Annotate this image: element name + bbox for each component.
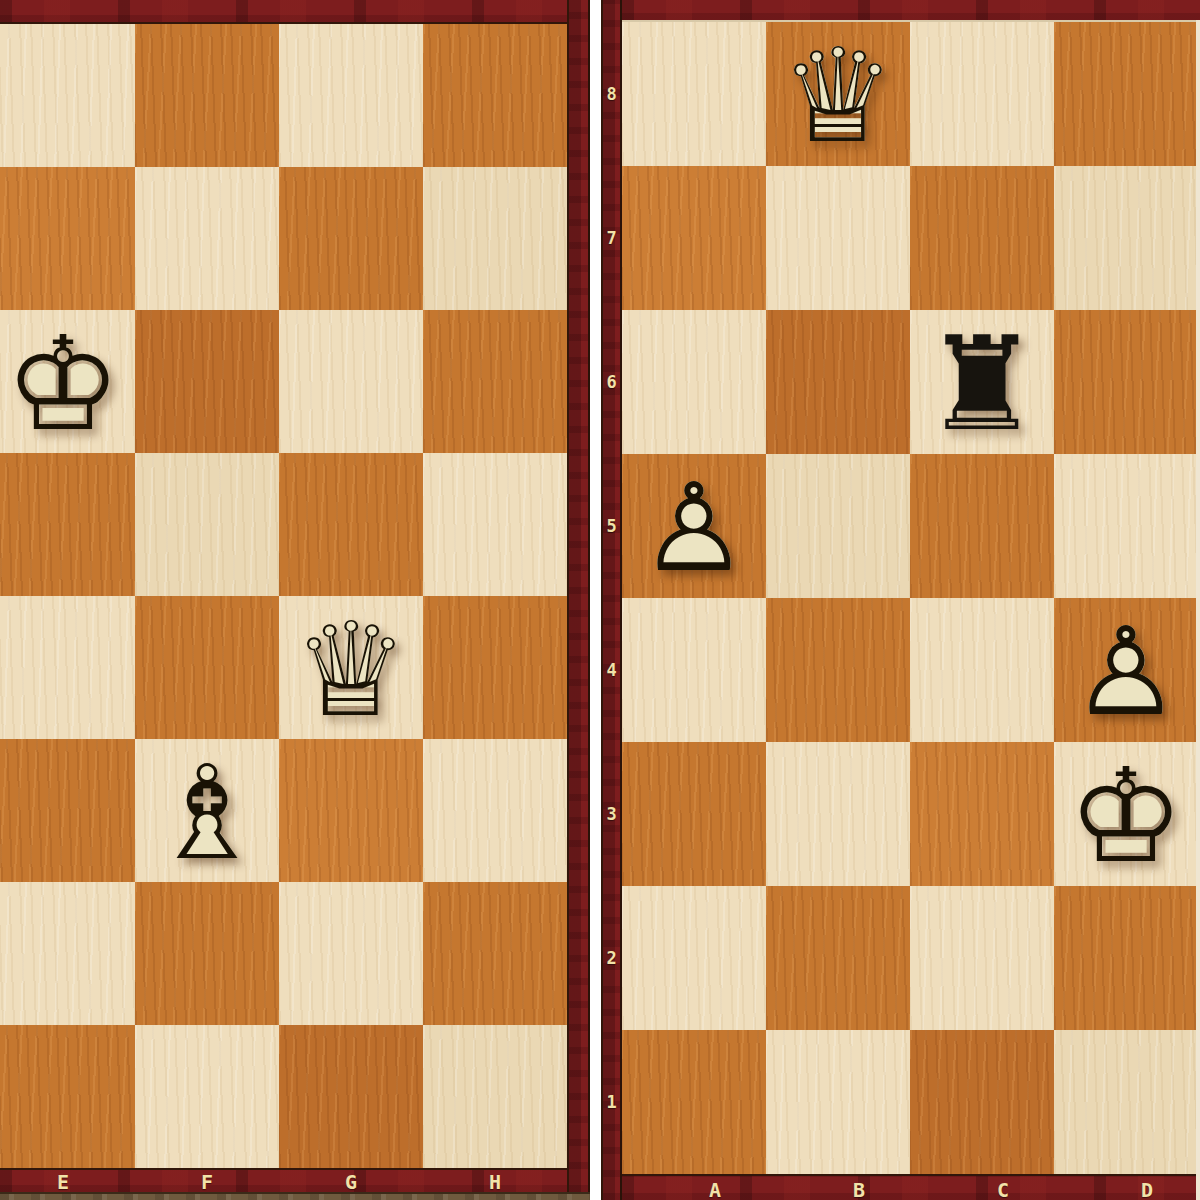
square-d6[interactable] [1054, 310, 1198, 454]
piece-glyph-outline: ♕ [780, 31, 897, 161]
file-label-h: H [489, 1170, 501, 1194]
square-e7[interactable] [0, 167, 135, 310]
square-c8[interactable] [910, 22, 1054, 166]
right-board-file-label-strip: ABCD [622, 1174, 1200, 1200]
square-f1[interactable] [135, 1025, 279, 1168]
piece-glyph-outline: ♙ [1071, 611, 1180, 733]
piece-glyph-outline: ♔ [1068, 751, 1185, 881]
left-board-bottom-edge [0, 1192, 590, 1200]
square-h8[interactable] [423, 24, 567, 167]
square-b5[interactable] [766, 454, 910, 598]
square-c4[interactable] [910, 598, 1054, 742]
rank-label-5: 5 [606, 516, 616, 536]
rank-label-1: 1 [606, 1092, 616, 1112]
square-d7[interactable] [1054, 166, 1198, 310]
square-a8[interactable] [622, 22, 766, 166]
square-h2[interactable] [423, 882, 567, 1025]
piece-glyph-outline: ♕ [293, 605, 410, 735]
square-f6[interactable] [135, 310, 279, 453]
panel-separator-gap [590, 0, 601, 1200]
square-d5[interactable] [1054, 454, 1198, 598]
square-h5[interactable] [423, 453, 567, 596]
square-e8[interactable] [0, 24, 135, 167]
rank-label-7: 7 [606, 228, 616, 248]
square-c3[interactable] [910, 742, 1054, 886]
right-crop-edge [1196, 20, 1200, 1200]
square-b3[interactable] [766, 742, 910, 886]
square-g2[interactable] [279, 882, 423, 1025]
white-pawn-d4[interactable]: ♟♙ [1054, 598, 1198, 742]
square-d8[interactable] [1054, 22, 1198, 166]
white-king-d3[interactable]: ♚♔ [1054, 742, 1198, 886]
board-panel-right: ♛♕♜♖♟♙♟♙♚♔ ABCD 87654321 [601, 0, 1200, 1200]
black-rook-c6[interactable]: ♜♖ [910, 310, 1054, 454]
square-c1[interactable] [910, 1030, 1054, 1174]
right-board-grid: ♛♕♜♖♟♙♟♙♚♔ [622, 22, 1198, 1174]
square-b1[interactable] [766, 1030, 910, 1174]
right-board-top-frame [622, 0, 1200, 22]
white-bishop-f3[interactable]: ♝♗ [135, 739, 279, 882]
square-g7[interactable] [279, 167, 423, 310]
square-c7[interactable] [910, 166, 1054, 310]
square-g8[interactable] [279, 24, 423, 167]
piece-glyph-outline: ♔ [5, 319, 122, 449]
square-e1[interactable] [0, 1025, 135, 1168]
white-pawn-a5[interactable]: ♟♙ [622, 454, 766, 598]
square-f4[interactable] [135, 596, 279, 739]
board-panel-left: ♚♔♛♕♝♗ EFGH [0, 0, 590, 1200]
piece-glyph-fill: ♜ [924, 319, 1041, 449]
square-b2[interactable] [766, 886, 910, 1030]
square-g5[interactable] [279, 453, 423, 596]
square-g6[interactable] [279, 310, 423, 453]
left-board-file-label-strip: EFGH [0, 1168, 590, 1192]
square-f2[interactable] [135, 882, 279, 1025]
square-h1[interactable] [423, 1025, 567, 1168]
square-g1[interactable] [279, 1025, 423, 1168]
square-h6[interactable] [423, 310, 567, 453]
rank-label-8: 8 [606, 84, 616, 104]
file-label-c: C [997, 1178, 1009, 1200]
square-h4[interactable] [423, 596, 567, 739]
rank-label-4: 4 [606, 660, 616, 680]
file-label-d: D [1141, 1178, 1153, 1200]
piece-glyph-outline: ♙ [639, 467, 748, 589]
square-a4[interactable] [622, 598, 766, 742]
right-board-rank-frame: 87654321 [601, 0, 622, 1200]
square-e5[interactable] [0, 453, 135, 596]
white-queen-b8[interactable]: ♛♕ [766, 22, 910, 166]
left-board-top-frame [0, 0, 590, 24]
chess-diagram-canvas: ♚♔♛♕♝♗ EFGH ♛♕♜♖♟♙♟♙♚♔ ABCD 87654321 [0, 0, 1200, 1200]
rank-label-3: 3 [606, 804, 616, 824]
square-a3[interactable] [622, 742, 766, 886]
left-board-grid: ♚♔♛♕♝♗ [0, 24, 567, 1168]
rank-label-6: 6 [606, 372, 616, 392]
square-a1[interactable] [622, 1030, 766, 1174]
left-board-right-frame [567, 0, 590, 1192]
square-e3[interactable] [0, 739, 135, 882]
white-king-e6[interactable]: ♚♔ [0, 310, 135, 453]
file-label-a: A [709, 1178, 721, 1200]
square-c2[interactable] [910, 886, 1054, 1030]
square-b6[interactable] [766, 310, 910, 454]
square-f8[interactable] [135, 24, 279, 167]
file-label-b: B [853, 1178, 865, 1200]
square-d1[interactable] [1054, 1030, 1198, 1174]
square-a6[interactable] [622, 310, 766, 454]
square-h7[interactable] [423, 167, 567, 310]
square-a7[interactable] [622, 166, 766, 310]
square-h3[interactable] [423, 739, 567, 882]
square-b4[interactable] [766, 598, 910, 742]
square-g3[interactable] [279, 739, 423, 882]
file-label-e: E [57, 1170, 69, 1194]
piece-glyph-outline: ♗ [149, 748, 266, 878]
square-a2[interactable] [622, 886, 766, 1030]
file-label-f: F [201, 1170, 213, 1194]
square-e2[interactable] [0, 882, 135, 1025]
square-d2[interactable] [1054, 886, 1198, 1030]
square-f7[interactable] [135, 167, 279, 310]
square-c5[interactable] [910, 454, 1054, 598]
file-label-g: G [345, 1170, 357, 1194]
square-f5[interactable] [135, 453, 279, 596]
rank-label-2: 2 [606, 948, 616, 968]
square-b7[interactable] [766, 166, 910, 310]
square-e4[interactable] [0, 596, 135, 739]
white-queen-g4[interactable]: ♛♕ [279, 596, 423, 739]
